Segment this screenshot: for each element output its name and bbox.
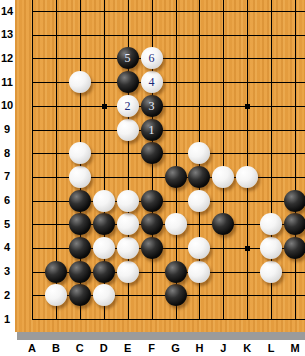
column-label-E: E xyxy=(120,342,136,355)
row-label-1: 1 xyxy=(0,313,14,326)
row-label-3: 3 xyxy=(0,265,14,278)
column-label-A: A xyxy=(24,342,40,355)
column-label-C: C xyxy=(72,342,88,355)
column-label-K: K xyxy=(239,342,255,355)
column-label-J: J xyxy=(215,342,231,355)
white-stone-H6[interactable] xyxy=(188,190,210,212)
row-label-5: 5 xyxy=(0,218,14,231)
grid-line-row-13 xyxy=(32,35,305,36)
black-stone-D3[interactable] xyxy=(93,261,115,283)
move-number-label: 2 xyxy=(125,99,131,113)
black-stone-C2[interactable] xyxy=(69,284,91,306)
black-stone-F8[interactable] xyxy=(141,142,163,164)
black-stone-F5[interactable] xyxy=(141,213,163,235)
move-number-label: 3 xyxy=(149,99,155,113)
row-label-8: 8 xyxy=(0,147,14,160)
grid-line-row-10 xyxy=(32,106,305,107)
white-stone-L4[interactable] xyxy=(260,237,282,259)
grid-line-row-12 xyxy=(32,58,305,59)
black-stone-F10[interactable]: 3 xyxy=(141,95,163,117)
grid-line-row-14 xyxy=(32,11,305,12)
black-stone-E11[interactable] xyxy=(117,71,139,93)
white-stone-D6[interactable] xyxy=(93,190,115,212)
board-shadow xyxy=(17,332,305,340)
column-label-D: D xyxy=(96,342,112,355)
black-stone-C5[interactable] xyxy=(69,213,91,235)
white-stone-C8[interactable] xyxy=(69,142,91,164)
black-stone-D5[interactable] xyxy=(93,213,115,235)
white-stone-J7[interactable] xyxy=(212,166,234,188)
row-label-12: 12 xyxy=(0,52,14,65)
white-stone-E3[interactable] xyxy=(117,261,139,283)
white-stone-E5[interactable] xyxy=(117,213,139,235)
black-stone-B3[interactable] xyxy=(45,261,67,283)
white-stone-C7[interactable] xyxy=(69,166,91,188)
white-stone-E9[interactable] xyxy=(117,119,139,141)
black-stone-C6[interactable] xyxy=(69,190,91,212)
white-stone-D2[interactable] xyxy=(93,284,115,306)
column-label-F: F xyxy=(144,342,160,355)
row-label-4: 4 xyxy=(0,241,14,254)
move-number-label: 6 xyxy=(149,51,155,65)
move-number-label: 4 xyxy=(149,75,155,89)
white-stone-D4[interactable] xyxy=(93,237,115,259)
row-label-6: 6 xyxy=(0,194,14,207)
row-label-2: 2 xyxy=(0,289,14,302)
star-point-K4 xyxy=(245,246,250,251)
white-stone-L3[interactable] xyxy=(260,261,282,283)
black-stone-G7[interactable] xyxy=(165,166,187,188)
white-stone-F11[interactable]: 4 xyxy=(141,71,163,93)
move-number-label: 1 xyxy=(149,123,155,137)
row-label-9: 9 xyxy=(0,123,14,136)
black-stone-M4[interactable] xyxy=(284,237,305,259)
white-stone-F12[interactable]: 6 xyxy=(141,47,163,69)
black-stone-G2[interactable] xyxy=(165,284,187,306)
black-stone-E12[interactable]: 5 xyxy=(117,47,139,69)
black-stone-F9[interactable]: 1 xyxy=(141,119,163,141)
star-point-K10 xyxy=(245,104,250,109)
white-stone-E6[interactable] xyxy=(117,190,139,212)
column-label-H: H xyxy=(191,342,207,355)
row-label-10: 10 xyxy=(0,99,14,112)
black-stone-C3[interactable] xyxy=(69,261,91,283)
column-label-G: G xyxy=(168,342,184,355)
black-stone-C4[interactable] xyxy=(69,237,91,259)
star-point-D10 xyxy=(102,104,107,109)
row-label-13: 13 xyxy=(0,28,14,41)
white-stone-C11[interactable] xyxy=(69,71,91,93)
grid-line-row-9 xyxy=(32,130,305,131)
row-label-11: 11 xyxy=(0,76,14,89)
black-stone-M5[interactable] xyxy=(284,213,305,235)
black-stone-F6[interactable] xyxy=(141,190,163,212)
grid-line-row-1 xyxy=(32,319,305,320)
white-stone-G5[interactable] xyxy=(165,213,187,235)
black-stone-F4[interactable] xyxy=(141,237,163,259)
white-stone-K7[interactable] xyxy=(236,166,258,188)
row-label-7: 7 xyxy=(0,170,14,183)
column-label-B: B xyxy=(48,342,64,355)
move-number-label: 5 xyxy=(125,51,131,65)
black-stone-G3[interactable] xyxy=(165,261,187,283)
black-stone-M6[interactable] xyxy=(284,190,305,212)
white-stone-E10[interactable]: 2 xyxy=(117,95,139,117)
white-stone-H3[interactable] xyxy=(188,261,210,283)
white-stone-E4[interactable] xyxy=(117,237,139,259)
column-label-L: L xyxy=(263,342,279,355)
row-label-14: 14 xyxy=(0,5,14,18)
go-client-screenshot: 1413121110987654321 ABCDEFGHJKLM 513246 xyxy=(0,0,305,356)
column-label-M: M xyxy=(287,342,303,355)
